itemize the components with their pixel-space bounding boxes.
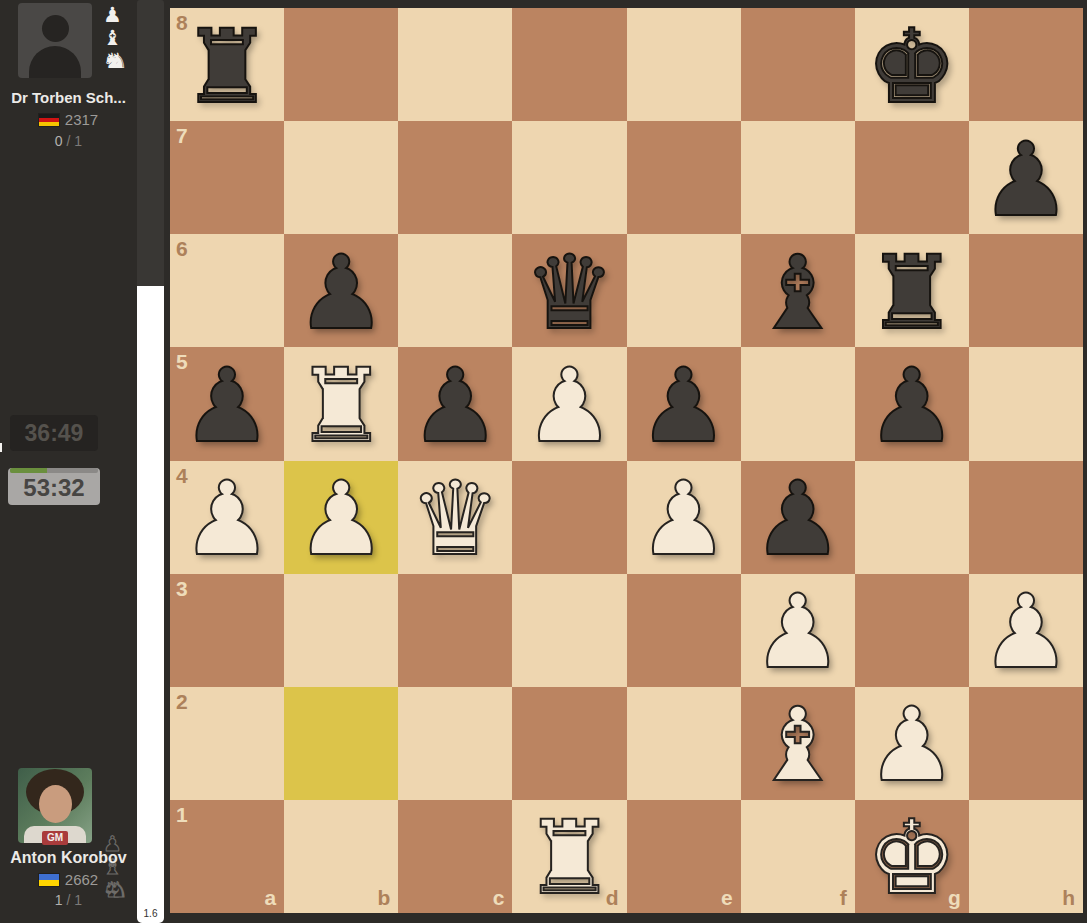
square-f3[interactable]: ♟ [741,574,855,687]
square-b4[interactable]: ♟ [284,461,398,574]
square-g6[interactable]: ♜ [855,234,969,347]
clock-tick-marker [0,443,2,452]
piece-white-queen[interactable]: ♛ [410,468,501,570]
rank-label-7: 7 [176,124,188,148]
square-d2[interactable] [512,687,626,800]
piece-white-rook[interactable]: ♜ [524,807,615,909]
square-f2[interactable]: ♝ [741,687,855,800]
player-bottom-score: 1 / 1 [0,892,137,908]
square-d5[interactable]: ♟ [512,347,626,460]
file-label-c: c [493,886,505,910]
rank-label-6: 6 [176,237,188,261]
square-b7[interactable] [284,121,398,234]
file-label-b: b [377,886,390,910]
square-c2[interactable] [398,687,512,800]
piece-black-pawn[interactable]: ♟ [752,468,843,570]
square-d4[interactable] [512,461,626,574]
square-f5[interactable] [741,347,855,460]
avatar-top-player[interactable] [18,3,92,78]
square-a4[interactable]: 4♟ [170,461,284,574]
piece-black-pawn[interactable]: ♟ [295,242,386,344]
square-g2[interactable]: ♟ [855,687,969,800]
piece-white-pawn[interactable]: ♟ [295,468,386,570]
player-bottom-rating: 2662 [65,871,98,888]
square-c1[interactable]: c [398,800,512,913]
piece-black-rook[interactable]: ♜ [866,242,957,344]
rank-label-3: 3 [176,577,188,601]
square-e1[interactable]: e [627,800,741,913]
player-bottom-name: Anton Korobov [0,849,137,867]
square-e3[interactable] [627,574,741,687]
square-f6[interactable]: ♝ [741,234,855,347]
square-a8[interactable]: 8♜ [170,8,284,121]
piece-black-pawn[interactable]: ♟ [410,355,501,457]
file-label-f: f [840,886,847,910]
square-h8[interactable] [969,8,1083,121]
piece-white-pawn[interactable]: ♟ [980,581,1071,683]
square-d3[interactable] [512,574,626,687]
evaluation-bar: 1.6 [137,0,164,923]
square-f1[interactable]: f [741,800,855,913]
germany-flag-icon [39,114,59,126]
piece-black-pawn[interactable]: ♟ [638,355,729,457]
square-h6[interactable] [969,234,1083,347]
chess-board[interactable]: 8♜♚7♟6♟♛♝♜5♟♜♟♟♟♟4♟♟♛♟♟3♟♟2♝♟1abcd♜efg♚h [170,8,1083,913]
square-a1[interactable]: 1a [170,800,284,913]
player-top-rating-row: 2317 [0,111,137,128]
square-c4[interactable]: ♛ [398,461,512,574]
piece-black-pawn[interactable]: ♟ [866,355,957,457]
square-b8[interactable] [284,8,398,121]
square-b2[interactable] [284,687,398,800]
square-b5[interactable]: ♜ [284,347,398,460]
rank-label-2: 2 [176,690,188,714]
chess-game-app: ♟♝♞♞ Dr Torben Sch... 2317 0 / 1 36:49 5… [0,0,1087,923]
piece-white-pawn[interactable]: ♟ [866,694,957,796]
clock-top-player: 36:49 [10,415,98,451]
square-f8[interactable] [741,8,855,121]
square-c6[interactable] [398,234,512,347]
file-label-e: e [721,886,733,910]
piece-white-king[interactable]: ♚ [866,807,957,909]
piece-white-bishop[interactable]: ♝ [752,694,843,796]
square-h2[interactable] [969,687,1083,800]
square-d7[interactable] [512,121,626,234]
pawn-icon: ♟ [103,5,122,27]
piece-black-pawn[interactable]: ♟ [980,129,1071,231]
piece-black-pawn[interactable]: ♟ [181,355,272,457]
player-sidebar: ♟♝♞♞ Dr Torben Sch... 2317 0 / 1 36:49 5… [0,0,137,923]
gm-title-badge: GM [42,831,68,845]
clock-progress-fill [10,468,47,473]
piece-black-king[interactable]: ♚ [866,16,957,118]
square-g7[interactable] [855,121,969,234]
captured-pieces-top: ♟♝♞♞ [103,5,128,73]
square-c5[interactable]: ♟ [398,347,512,460]
square-a3[interactable]: 3 [170,574,284,687]
piece-black-bishop[interactable]: ♝ [752,242,843,344]
captured-knight-icon: ♞♞ [103,51,128,73]
square-g1[interactable]: g♚ [855,800,969,913]
piece-black-rook[interactable]: ♜ [181,16,272,118]
avatar-placeholder-icon [42,15,69,42]
evaluation-black-portion [137,0,164,286]
square-b6[interactable]: ♟ [284,234,398,347]
file-label-h: h [1062,886,1075,910]
avatar-photo [39,785,72,823]
square-h7[interactable]: ♟ [969,121,1083,234]
piece-white-pawn[interactable]: ♟ [752,581,843,683]
square-g4[interactable] [855,461,969,574]
square-g3[interactable] [855,574,969,687]
evaluation-white-portion: 1.6 [137,286,164,923]
square-d8[interactable] [512,8,626,121]
square-e4[interactable]: ♟ [627,461,741,574]
square-a5[interactable]: 5♟ [170,347,284,460]
clock-bottom-player: 53:32 [8,468,100,505]
square-f7[interactable] [741,121,855,234]
square-h5[interactable] [969,347,1083,460]
square-h3[interactable]: ♟ [969,574,1083,687]
square-g5[interactable]: ♟ [855,347,969,460]
file-label-a: a [264,886,276,910]
clock-bottom-time: 53:32 [23,474,84,501]
square-b3[interactable] [284,574,398,687]
player-top-rating: 2317 [65,111,98,128]
square-e8[interactable] [627,8,741,121]
square-f4[interactable]: ♟ [741,461,855,574]
square-c3[interactable] [398,574,512,687]
captured-bishop-icon: ♝ [103,28,128,50]
piece-white-pawn[interactable]: ♟ [638,468,729,570]
player-top-score: 0 / 1 [0,133,137,149]
bishop-icon: ♝ [103,28,122,50]
ukraine-flag-icon [39,874,59,886]
piece-white-pawn[interactable]: ♟ [181,468,272,570]
square-c7[interactable] [398,121,512,234]
square-a6[interactable]: 6 [170,234,284,347]
player-top-name: Dr Torben Sch... [0,89,137,106]
evaluation-value: 1.6 [137,908,164,919]
piece-black-queen[interactable]: ♛ [524,242,615,344]
avatar-placeholder-icon [29,46,81,78]
square-e5[interactable]: ♟ [627,347,741,460]
square-g8[interactable]: ♚ [855,8,969,121]
knight-icon: ♞ [109,51,128,73]
captured-pawn-icon: ♟ [103,5,128,27]
clock-progress-bar [10,468,98,473]
player-bottom-rating-row: 2662 [0,871,137,888]
square-c8[interactable] [398,8,512,121]
square-e7[interactable] [627,121,741,234]
square-d6[interactable]: ♛ [512,234,626,347]
piece-white-pawn[interactable]: ♟ [524,355,615,457]
square-h4[interactable] [969,461,1083,574]
square-h1[interactable]: h [969,800,1083,913]
square-b1[interactable]: b [284,800,398,913]
square-e6[interactable] [627,234,741,347]
square-d1[interactable]: d♜ [512,800,626,913]
square-a2[interactable]: 2 [170,687,284,800]
square-a7[interactable]: 7 [170,121,284,234]
piece-white-rook[interactable]: ♜ [295,355,386,457]
square-e2[interactable] [627,687,741,800]
rank-label-1: 1 [176,803,188,827]
